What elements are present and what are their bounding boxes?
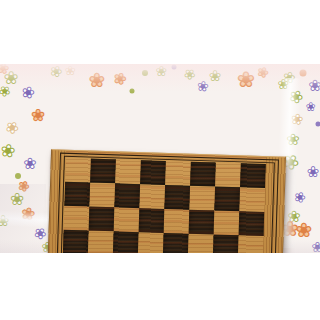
flower-petal-outline: ❀ bbox=[307, 165, 320, 180]
board-square-r2c6 bbox=[189, 186, 215, 211]
board-square-r1c7 bbox=[215, 163, 241, 188]
board-square-r2c7 bbox=[214, 187, 240, 212]
bottom-white-bar bbox=[0, 253, 320, 320]
board-square-r1c8 bbox=[240, 163, 266, 188]
board-square-r3c5 bbox=[164, 209, 190, 234]
fabric-flower-dot bbox=[300, 70, 307, 77]
flower-petal-outline: ❀ bbox=[255, 64, 271, 81]
flower-petal-outline: ❀ bbox=[23, 156, 36, 172]
flower-petal-outline: ❀ bbox=[19, 84, 36, 103]
board-square-r1c5 bbox=[165, 161, 191, 186]
flower-petal-outline: ❀ bbox=[0, 141, 17, 161]
checkerboard-grid bbox=[63, 158, 266, 253]
flower-petal-outline: ❀ bbox=[2, 118, 22, 139]
flower-petal-outline: ❀ bbox=[290, 112, 305, 129]
fabric-flower-dot bbox=[130, 89, 135, 94]
board-square-r3c3 bbox=[114, 207, 140, 232]
board-square-r2c5 bbox=[164, 185, 190, 210]
fabric-flower-dot bbox=[316, 122, 320, 127]
flower-petal-outline: ❀ bbox=[196, 78, 210, 94]
board-square-r4c5 bbox=[163, 233, 189, 253]
board-square-r3c4 bbox=[139, 208, 165, 233]
board-square-r4c7 bbox=[213, 234, 239, 253]
flower-petal-outline: ❀ bbox=[155, 64, 167, 78]
flower-petal-outline: ❀ bbox=[111, 69, 129, 88]
board-square-r2c4 bbox=[139, 184, 165, 209]
board-square-r2c1 bbox=[64, 182, 90, 207]
top-white-bar bbox=[0, 0, 320, 64]
fabric-flower-dot bbox=[172, 65, 177, 70]
board-square-r1c4 bbox=[140, 160, 166, 185]
flower-petal-outline: ❀ bbox=[48, 64, 65, 81]
flower-petal-outline: ❀ bbox=[237, 69, 255, 91]
board-square-r4c2 bbox=[88, 231, 114, 253]
flower-petal-outline: ❀ bbox=[0, 214, 9, 229]
board-square-r3c1 bbox=[64, 206, 90, 231]
board-square-r4c1 bbox=[63, 230, 89, 253]
board-square-r1c3 bbox=[115, 159, 141, 184]
screenshot-root: ✿❀✿❀✿❀✿❀✿❀✿❀✿❀✿❀✿❀✿❀✿❀✿❀✿❀✿❀✿❀✿❀✿❀✿❀✿❀✿❀… bbox=[0, 0, 320, 320]
flower-petal-outline: ❀ bbox=[65, 64, 76, 77]
board-square-r4c4 bbox=[138, 232, 164, 253]
flower-petal-outline: ❀ bbox=[209, 69, 222, 84]
flower-petal-outline: ❀ bbox=[89, 70, 106, 90]
board-square-r1c1 bbox=[65, 158, 91, 183]
flower-petal-outline: ❀ bbox=[286, 86, 306, 107]
board-square-r2c2 bbox=[89, 183, 115, 208]
board-square-r2c3 bbox=[114, 183, 140, 208]
board-square-r3c2 bbox=[89, 207, 115, 232]
fabric-flower-dot bbox=[142, 70, 148, 76]
board-square-r4c3 bbox=[113, 231, 139, 253]
flower-petal-outline: ❀ bbox=[292, 188, 308, 205]
board-square-r1c2 bbox=[90, 159, 116, 184]
product-photo: ✿❀✿❀✿❀✿❀✿❀✿❀✿❀✿❀✿❀✿❀✿❀✿❀✿❀✿❀✿❀✿❀✿❀✿❀✿❀✿❀… bbox=[0, 64, 320, 253]
flower-petal-outline: ❀ bbox=[31, 107, 45, 124]
flower-petal-outline: ❀ bbox=[308, 78, 320, 94]
board-square-r3c6 bbox=[189, 210, 215, 235]
board-square-r4c6 bbox=[188, 234, 214, 253]
flower-petal-outline: ❀ bbox=[19, 204, 36, 224]
flower-petal-outline: ❀ bbox=[306, 101, 316, 113]
board-square-r3c8 bbox=[239, 211, 265, 236]
flower-petal-outline: ❀ bbox=[286, 132, 299, 148]
chess-board bbox=[47, 149, 286, 253]
board-square-r4c8 bbox=[238, 235, 264, 253]
board-square-r2c8 bbox=[239, 187, 265, 212]
flower-petal-outline: ❀ bbox=[181, 65, 199, 83]
board-square-r1c6 bbox=[190, 162, 216, 187]
flower-petal-outline: ❀ bbox=[311, 240, 320, 253]
board-square-r3c7 bbox=[214, 210, 240, 235]
